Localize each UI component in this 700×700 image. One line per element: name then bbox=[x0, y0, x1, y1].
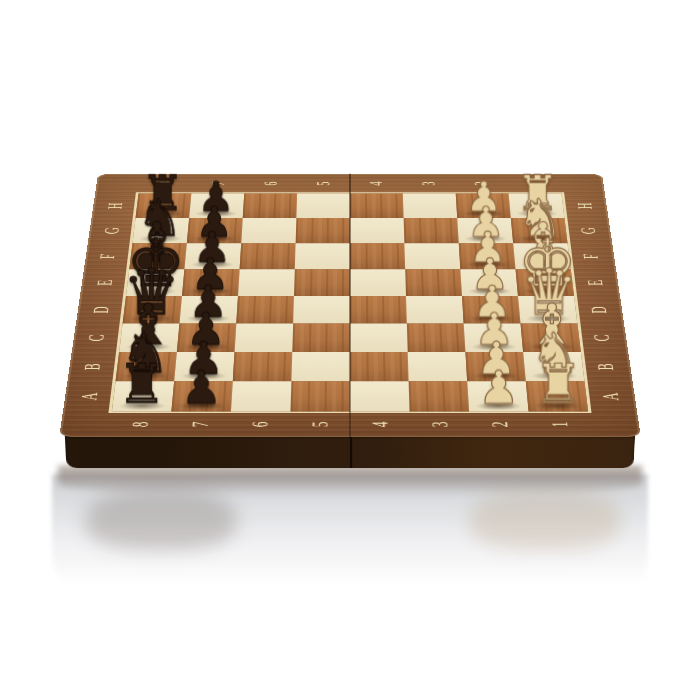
file-label-right-C: C bbox=[590, 334, 614, 341]
square-d3 bbox=[406, 296, 464, 324]
rank-label-front-4: 4 bbox=[368, 421, 393, 427]
square-f4 bbox=[350, 243, 405, 269]
file-label-left-slot: H bbox=[92, 193, 139, 218]
piece-black-pawn-a7: ♟ bbox=[172, 368, 231, 410]
rank-label-front-slot: 1 bbox=[529, 411, 592, 437]
file-label-right-A: A bbox=[598, 392, 623, 400]
square-a6 bbox=[231, 381, 291, 411]
rank-label-back-slot: 6 bbox=[244, 174, 297, 194]
square-a1: ♜ bbox=[526, 381, 588, 411]
file-label-left-D: D bbox=[89, 306, 113, 313]
rank-label-back-1: 1 bbox=[523, 182, 544, 186]
square-g4 bbox=[350, 218, 404, 243]
rank-label-back-slot: 4 bbox=[350, 174, 403, 194]
square-b5 bbox=[291, 352, 350, 381]
file-label-right-H: H bbox=[573, 203, 596, 209]
square-e6 bbox=[238, 269, 295, 296]
square-b3 bbox=[408, 352, 468, 381]
square-f5 bbox=[295, 243, 350, 269]
file-label-right-slot: E bbox=[571, 269, 620, 296]
file-label-right-B: B bbox=[594, 363, 619, 370]
file-label-left-A: A bbox=[77, 392, 102, 400]
file-label-right-E: E bbox=[583, 280, 607, 286]
file-label-left-E: E bbox=[93, 280, 117, 286]
square-g5 bbox=[296, 218, 350, 243]
rank-label-back-6: 6 bbox=[261, 182, 282, 186]
rank-label-front-3: 3 bbox=[427, 421, 452, 427]
file-label-left-F: F bbox=[97, 254, 120, 259]
square-c4 bbox=[350, 324, 408, 352]
rank-label-front-2: 2 bbox=[487, 421, 512, 427]
square-e4 bbox=[350, 269, 406, 296]
rank-label-back-4: 4 bbox=[366, 182, 387, 186]
file-label-left-G: G bbox=[100, 227, 123, 234]
file-label-right-slot: B bbox=[581, 352, 633, 381]
rank-label-front-8: 8 bbox=[128, 421, 153, 427]
rank-label-front-slot: 6 bbox=[229, 411, 290, 437]
square-c5 bbox=[292, 324, 350, 352]
piece-white-pawn-a2: ♟ bbox=[469, 368, 528, 410]
rank-label-front-5: 5 bbox=[308, 421, 333, 427]
rank-label-front-slot: 3 bbox=[410, 411, 471, 437]
square-h4 bbox=[350, 193, 404, 218]
square-f6 bbox=[240, 243, 296, 269]
square-c3 bbox=[407, 324, 466, 352]
folding-seam-side bbox=[350, 435, 352, 468]
file-label-right-slot: H bbox=[561, 193, 608, 218]
file-label-left-H: H bbox=[104, 203, 127, 209]
rank-label-back-3: 3 bbox=[418, 182, 439, 186]
piece-white-rook-a1: ♜ bbox=[528, 360, 587, 410]
square-c6 bbox=[235, 324, 294, 352]
perspective-scene: HGFEDCBA HGFEDCBA 87654321 87654321 ♜♟♟♜… bbox=[0, 0, 700, 700]
rank-label-back-5: 5 bbox=[313, 182, 334, 186]
rank-label-front-6: 6 bbox=[248, 421, 273, 427]
rank-label-front-slot: 5 bbox=[290, 411, 350, 437]
square-b6 bbox=[233, 352, 293, 381]
square-a5 bbox=[290, 381, 350, 411]
rank-label-back-slot: 5 bbox=[297, 174, 350, 194]
file-label-right-slot: C bbox=[577, 324, 628, 352]
rank-label-back-7: 7 bbox=[208, 182, 229, 186]
file-label-right-slot: D bbox=[574, 296, 624, 324]
file-label-right-D: D bbox=[587, 306, 611, 313]
square-d6 bbox=[236, 296, 294, 324]
board-front-side-face bbox=[65, 435, 635, 468]
rank-label-front-1: 1 bbox=[547, 421, 572, 427]
file-label-right-F: F bbox=[580, 254, 603, 259]
rank-label-back-slot: 3 bbox=[402, 174, 455, 194]
square-e3 bbox=[405, 269, 462, 296]
rank-label-front-slot: 8 bbox=[109, 411, 172, 437]
square-d5 bbox=[293, 296, 350, 324]
rank-label-back-2: 2 bbox=[471, 182, 492, 186]
file-label-left-B: B bbox=[81, 363, 106, 370]
chess-board: HGFEDCBA HGFEDCBA 87654321 87654321 ♜♟♟♜… bbox=[59, 174, 641, 437]
rank-label-front-7: 7 bbox=[188, 421, 213, 427]
square-a3 bbox=[409, 381, 469, 411]
file-label-left-slot: A bbox=[63, 381, 116, 411]
square-a8: ♜ bbox=[112, 381, 174, 411]
rank-label-front-slot: 4 bbox=[350, 411, 410, 437]
rank-label-front-slot: 2 bbox=[469, 411, 531, 437]
square-h3 bbox=[403, 193, 457, 218]
rank-label-front-slot: 7 bbox=[169, 411, 231, 437]
square-d4 bbox=[350, 296, 407, 324]
file-label-right-slot: A bbox=[584, 381, 637, 411]
product-photo-stage: HGFEDCBA HGFEDCBA 87654321 87654321 ♜♟♟♜… bbox=[0, 0, 700, 700]
square-e5 bbox=[294, 269, 350, 296]
square-a7: ♟ bbox=[171, 381, 232, 411]
square-b4 bbox=[350, 352, 409, 381]
file-label-right-G: G bbox=[577, 227, 600, 234]
piece-black-rook-a8: ♜ bbox=[112, 360, 171, 410]
file-label-left-C: C bbox=[85, 334, 109, 341]
square-g6 bbox=[241, 218, 296, 243]
square-f3 bbox=[404, 243, 460, 269]
square-a4 bbox=[350, 381, 410, 411]
square-h6 bbox=[243, 193, 297, 218]
square-g3 bbox=[404, 218, 459, 243]
square-a2: ♟ bbox=[467, 381, 528, 411]
rank-label-back-8: 8 bbox=[155, 182, 176, 186]
square-h5 bbox=[296, 193, 350, 218]
